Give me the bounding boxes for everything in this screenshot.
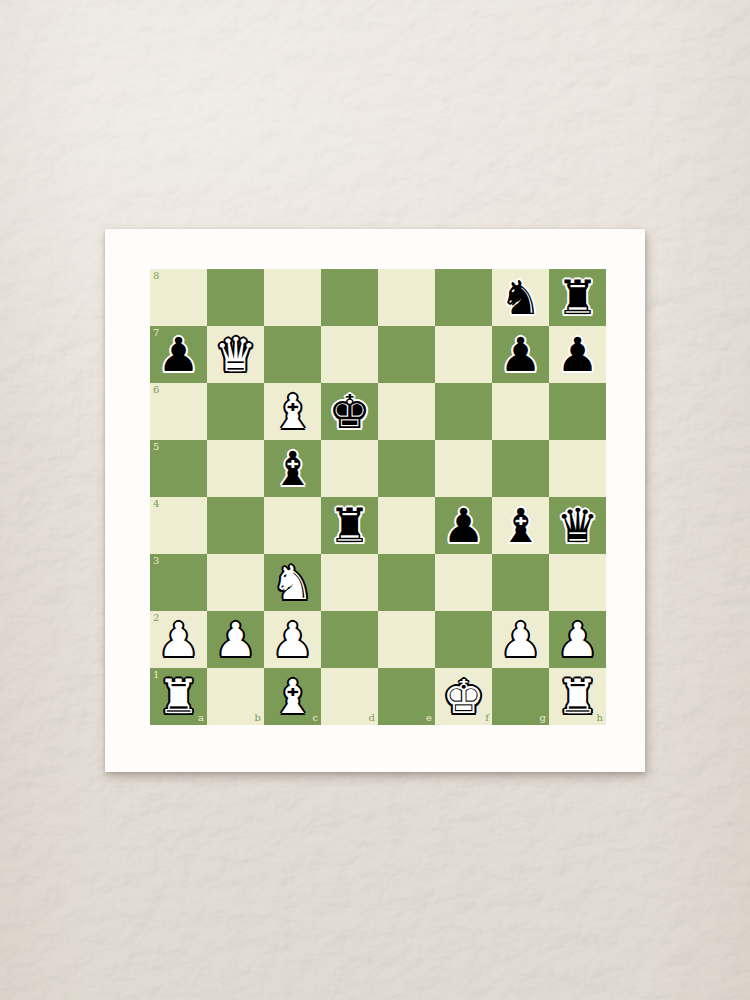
square-f2 (435, 611, 492, 668)
square-f4: ♟ (435, 497, 492, 554)
square-d6: ♚ (321, 383, 378, 440)
piece-white-queen: ♛ (207, 326, 264, 383)
file-label-b: b (255, 713, 261, 723)
square-c3: ♞ (264, 554, 321, 611)
square-a5: 5 (150, 440, 207, 497)
square-e6 (378, 383, 435, 440)
piece-white-pawn: ♟ (150, 611, 207, 668)
square-c4 (264, 497, 321, 554)
square-e5 (378, 440, 435, 497)
square-b7: ♛ (207, 326, 264, 383)
piece-white-pawn: ♟ (549, 611, 606, 668)
square-f5 (435, 440, 492, 497)
rank-label-3: 3 (153, 556, 159, 566)
square-g3 (492, 554, 549, 611)
square-g8: ♞ (492, 269, 549, 326)
square-h5 (549, 440, 606, 497)
square-h3 (549, 554, 606, 611)
square-g5 (492, 440, 549, 497)
square-e8 (378, 269, 435, 326)
square-e7 (378, 326, 435, 383)
square-b3 (207, 554, 264, 611)
square-f6 (435, 383, 492, 440)
piece-white-pawn: ♟ (492, 611, 549, 668)
piece-black-pawn: ♟ (549, 326, 606, 383)
square-d2 (321, 611, 378, 668)
piece-black-knight: ♞ (492, 269, 549, 326)
piece-black-queen: ♛ (549, 497, 606, 554)
piece-white-pawn: ♟ (264, 611, 321, 668)
square-d5 (321, 440, 378, 497)
square-a3: 3 (150, 554, 207, 611)
square-a4: 4 (150, 497, 207, 554)
rank-label-6: 6 (153, 385, 159, 395)
piece-white-bishop: ♝ (264, 668, 321, 725)
square-f1: f♚ (435, 668, 492, 725)
piece-white-rook: ♜ (549, 668, 606, 725)
square-d7 (321, 326, 378, 383)
square-b5 (207, 440, 264, 497)
square-c1: c♝ (264, 668, 321, 725)
square-c5: ♝ (264, 440, 321, 497)
square-b2: ♟ (207, 611, 264, 668)
square-a6: 6 (150, 383, 207, 440)
piece-white-knight: ♞ (264, 554, 321, 611)
square-e4 (378, 497, 435, 554)
square-e3 (378, 554, 435, 611)
piece-black-pawn: ♟ (150, 326, 207, 383)
square-h2: ♟ (549, 611, 606, 668)
rank-label-8: 8 (153, 271, 159, 281)
square-c7 (264, 326, 321, 383)
square-f3 (435, 554, 492, 611)
chess-board: 8♞♜7♟♛♟♟6♝♚5♝4♜♟♝♛3♞2♟♟♟♟♟1a♜bc♝def♚gh♜ (150, 269, 606, 725)
art-print: 8♞♜7♟♛♟♟6♝♚5♝4♜♟♝♛3♞2♟♟♟♟♟1a♜bc♝def♚gh♜ (105, 229, 645, 772)
square-g1: g (492, 668, 549, 725)
square-a8: 8 (150, 269, 207, 326)
square-e2 (378, 611, 435, 668)
square-h7: ♟ (549, 326, 606, 383)
square-b1: b (207, 668, 264, 725)
piece-black-rook: ♜ (321, 497, 378, 554)
square-g4: ♝ (492, 497, 549, 554)
square-d3 (321, 554, 378, 611)
square-a7: 7♟ (150, 326, 207, 383)
square-g2: ♟ (492, 611, 549, 668)
piece-white-pawn: ♟ (207, 611, 264, 668)
piece-white-king: ♚ (435, 668, 492, 725)
piece-white-bishop: ♝ (264, 383, 321, 440)
square-h8: ♜ (549, 269, 606, 326)
square-d1: d (321, 668, 378, 725)
square-c2: ♟ (264, 611, 321, 668)
file-label-g: g (540, 713, 546, 723)
piece-black-bishop: ♝ (264, 440, 321, 497)
square-a1: 1a♜ (150, 668, 207, 725)
square-d4: ♜ (321, 497, 378, 554)
piece-black-pawn: ♟ (492, 326, 549, 383)
piece-white-rook: ♜ (150, 668, 207, 725)
rank-label-5: 5 (153, 442, 159, 452)
square-d8 (321, 269, 378, 326)
square-a2: 2♟ (150, 611, 207, 668)
square-g7: ♟ (492, 326, 549, 383)
square-c8 (264, 269, 321, 326)
file-label-e: e (426, 713, 432, 723)
square-c6: ♝ (264, 383, 321, 440)
piece-black-pawn: ♟ (435, 497, 492, 554)
square-f7 (435, 326, 492, 383)
square-f8 (435, 269, 492, 326)
square-h6 (549, 383, 606, 440)
square-b8 (207, 269, 264, 326)
piece-black-rook: ♜ (549, 269, 606, 326)
square-b4 (207, 497, 264, 554)
piece-black-king: ♚ (321, 383, 378, 440)
square-e1: e (378, 668, 435, 725)
rank-label-4: 4 (153, 499, 159, 509)
file-label-d: d (369, 713, 375, 723)
square-g6 (492, 383, 549, 440)
square-h1: h♜ (549, 668, 606, 725)
square-h4: ♛ (549, 497, 606, 554)
piece-black-bishop: ♝ (492, 497, 549, 554)
square-b6 (207, 383, 264, 440)
